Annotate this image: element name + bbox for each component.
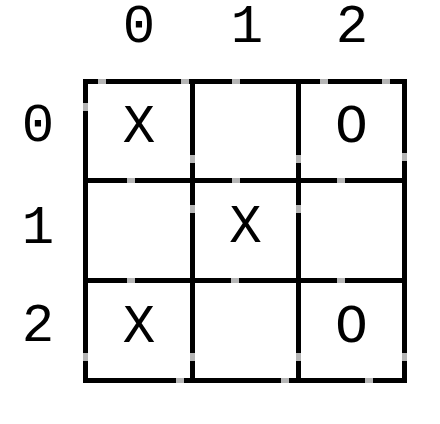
cell-0-2[interactable]: O xyxy=(301,84,402,178)
cell-0-0[interactable]: X xyxy=(88,84,190,178)
row-label-0: 0 xyxy=(22,100,54,154)
grid-notch xyxy=(190,353,195,361)
cell-0-1[interactable] xyxy=(195,84,296,178)
grid-line-horizontal-bottom xyxy=(83,378,407,383)
column-label-0: 0 xyxy=(123,1,155,55)
row-label-1: 1 xyxy=(22,202,54,256)
grid-notch xyxy=(337,178,345,183)
grid-notch xyxy=(190,205,195,213)
grid-notch xyxy=(127,278,135,283)
cell-1-2[interactable] xyxy=(301,183,402,278)
cell-1-0[interactable] xyxy=(88,183,190,278)
grid-line-vertical-left xyxy=(83,79,88,383)
grid-notch xyxy=(281,378,289,383)
grid-notch xyxy=(231,278,239,283)
grid-notch xyxy=(296,155,301,163)
grid-notch xyxy=(296,205,301,213)
grid-notch xyxy=(83,353,88,361)
column-label-2: 2 xyxy=(336,1,368,55)
cell-1-1[interactable]: X xyxy=(195,183,296,278)
grid-notch xyxy=(176,378,184,383)
grid-notch xyxy=(181,79,189,84)
grid-notch xyxy=(232,79,240,84)
tictactoe-board-screen: 0 1 2 0 1 2 X O X X O xyxy=(0,0,440,424)
grid-notch xyxy=(402,153,407,161)
grid-line-vertical-right xyxy=(402,79,407,383)
grid-notch xyxy=(127,178,135,183)
grid-line-vertical-1 xyxy=(190,79,195,383)
grid-notch xyxy=(402,353,407,361)
cell-2-2[interactable]: O xyxy=(301,283,402,378)
grid-notch xyxy=(382,79,390,84)
board-grid: X O X X O xyxy=(83,79,407,383)
grid-line-vertical-2 xyxy=(296,79,301,383)
grid-notch xyxy=(83,103,88,111)
grid-line-horizontal-top xyxy=(83,79,407,84)
grid-notch xyxy=(232,178,240,183)
grid-notch xyxy=(98,79,106,84)
grid-notch xyxy=(337,278,345,283)
cell-2-0[interactable]: X xyxy=(88,283,190,378)
grid-notch xyxy=(296,353,301,361)
grid-notch xyxy=(190,155,195,163)
column-label-1: 1 xyxy=(231,1,263,55)
grid-notch xyxy=(365,378,373,383)
cell-2-1[interactable] xyxy=(195,283,296,378)
row-label-2: 2 xyxy=(22,300,54,354)
grid-notch xyxy=(320,79,328,84)
